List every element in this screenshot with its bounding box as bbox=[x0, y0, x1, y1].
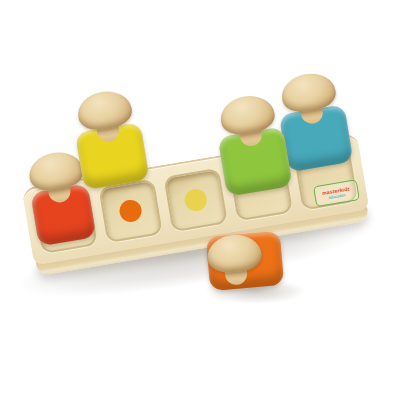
knob-cap bbox=[75, 88, 134, 133]
slot-3-recess[interactable] bbox=[163, 168, 227, 232]
knob-cap bbox=[279, 70, 338, 115]
product-photo-scene: masterkidz education bbox=[0, 0, 400, 400]
teal-block[interactable] bbox=[279, 104, 354, 172]
red-block[interactable] bbox=[30, 184, 96, 247]
knob-cap bbox=[26, 148, 85, 193]
knob-cap bbox=[218, 92, 277, 137]
yellow-block[interactable] bbox=[75, 122, 150, 190]
teal-block-knob[interactable] bbox=[279, 70, 341, 130]
slot-3-yellow-dot bbox=[183, 187, 208, 212]
knob-cap bbox=[206, 233, 263, 275]
orange-block[interactable] bbox=[206, 231, 284, 291]
green-block[interactable] bbox=[218, 127, 293, 197]
green-block-knob[interactable] bbox=[218, 92, 280, 152]
yellow-block-knob[interactable] bbox=[75, 88, 137, 148]
slot-2-orange-dot bbox=[118, 198, 143, 223]
slot-2-recess[interactable] bbox=[98, 179, 162, 243]
brand-subtitle: education bbox=[328, 193, 346, 200]
